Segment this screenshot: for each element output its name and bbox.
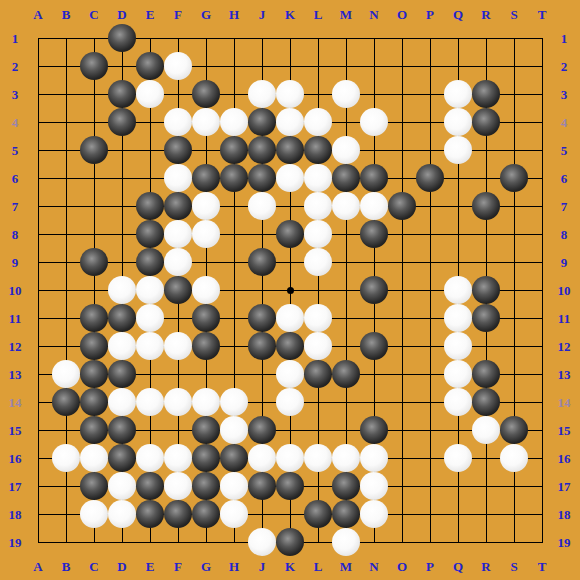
black-stone-d4[interactable] <box>108 108 136 136</box>
white-stone-k6[interactable] <box>276 164 304 192</box>
white-stone-q5[interactable] <box>444 136 472 164</box>
column-label-top-p: P <box>426 8 434 21</box>
row-label-right-5: 5 <box>561 144 568 157</box>
row-label-left-7: 7 <box>12 200 19 213</box>
white-stone-e16[interactable] <box>136 444 164 472</box>
white-stone-h4[interactable] <box>220 108 248 136</box>
row-label-right-18: 18 <box>558 508 571 521</box>
black-stone-k17[interactable] <box>276 472 304 500</box>
white-stone-q14[interactable] <box>444 388 472 416</box>
white-stone-e11[interactable] <box>136 304 164 332</box>
row-label-left-4: 4 <box>12 116 19 129</box>
black-stone-d16[interactable] <box>108 444 136 472</box>
white-stone-m16[interactable] <box>332 444 360 472</box>
black-stone-h16[interactable] <box>220 444 248 472</box>
black-stone-n10[interactable] <box>360 276 388 304</box>
black-stone-f18[interactable] <box>164 500 192 528</box>
column-label-bottom-j: J <box>259 560 266 573</box>
white-stone-j16[interactable] <box>248 444 276 472</box>
row-label-left-8: 8 <box>12 228 19 241</box>
column-label-top-c: C <box>89 8 98 21</box>
row-label-right-6: 6 <box>561 172 568 185</box>
black-stone-j9[interactable] <box>248 248 276 276</box>
white-stone-n17[interactable] <box>360 472 388 500</box>
black-stone-c2[interactable] <box>80 52 108 80</box>
black-stone-n6[interactable] <box>360 164 388 192</box>
white-stone-f16[interactable] <box>164 444 192 472</box>
white-stone-k4[interactable] <box>276 108 304 136</box>
black-stone-l5[interactable] <box>304 136 332 164</box>
column-label-bottom-k: K <box>285 560 295 573</box>
row-label-left-9: 9 <box>12 256 19 269</box>
black-stone-k12[interactable] <box>276 332 304 360</box>
black-stone-e17[interactable] <box>136 472 164 500</box>
black-stone-r3[interactable] <box>472 80 500 108</box>
black-stone-j4[interactable] <box>248 108 276 136</box>
black-stone-n15[interactable] <box>360 416 388 444</box>
column-label-bottom-g: G <box>201 560 211 573</box>
white-stone-f6[interactable] <box>164 164 192 192</box>
black-stone-e9[interactable] <box>136 248 164 276</box>
white-stone-c18[interactable] <box>80 500 108 528</box>
black-stone-g16[interactable] <box>192 444 220 472</box>
white-stone-q16[interactable] <box>444 444 472 472</box>
white-stone-d17[interactable] <box>108 472 136 500</box>
row-label-left-11: 11 <box>9 312 21 325</box>
row-label-left-13: 13 <box>9 368 22 381</box>
white-stone-g4[interactable] <box>192 108 220 136</box>
white-stone-g7[interactable] <box>192 192 220 220</box>
white-stone-f4[interactable] <box>164 108 192 136</box>
black-stone-f5[interactable] <box>164 136 192 164</box>
row-label-right-14: 14 <box>558 396 571 409</box>
column-label-top-f: F <box>174 8 182 21</box>
row-label-right-10: 10 <box>558 284 571 297</box>
column-label-bottom-m: M <box>340 560 352 573</box>
column-label-bottom-e: E <box>146 560 155 573</box>
black-stone-c12[interactable] <box>80 332 108 360</box>
row-label-right-19: 19 <box>558 536 571 549</box>
black-stone-g3[interactable] <box>192 80 220 108</box>
row-label-left-17: 17 <box>9 480 22 493</box>
white-stone-q11[interactable] <box>444 304 472 332</box>
white-stone-q13[interactable] <box>444 360 472 388</box>
row-label-left-3: 3 <box>12 88 19 101</box>
black-stone-c15[interactable] <box>80 416 108 444</box>
white-stone-m5[interactable] <box>332 136 360 164</box>
column-label-bottom-l: L <box>314 560 323 573</box>
column-label-bottom-t: T <box>538 560 547 573</box>
black-stone-l13[interactable] <box>304 360 332 388</box>
white-stone-r15[interactable] <box>472 416 500 444</box>
row-label-left-1: 1 <box>12 32 19 45</box>
row-label-right-8: 8 <box>561 228 568 241</box>
white-stone-f2[interactable] <box>164 52 192 80</box>
column-label-top-t: T <box>538 8 547 21</box>
black-stone-e7[interactable] <box>136 192 164 220</box>
column-label-bottom-f: F <box>174 560 182 573</box>
column-label-bottom-d: D <box>117 560 126 573</box>
black-stone-d13[interactable] <box>108 360 136 388</box>
row-label-left-10: 10 <box>9 284 22 297</box>
black-stone-l18[interactable] <box>304 500 332 528</box>
row-label-right-7: 7 <box>561 200 568 213</box>
black-stone-r10[interactable] <box>472 276 500 304</box>
white-stone-l9[interactable] <box>304 248 332 276</box>
white-stone-d18[interactable] <box>108 500 136 528</box>
row-label-left-19: 19 <box>9 536 22 549</box>
column-label-bottom-n: N <box>369 560 378 573</box>
black-stone-r11[interactable] <box>472 304 500 332</box>
white-stone-j3[interactable] <box>248 80 276 108</box>
row-label-left-14: 14 <box>9 396 22 409</box>
white-stone-n18[interactable] <box>360 500 388 528</box>
white-stone-l4[interactable] <box>304 108 332 136</box>
column-label-top-a: A <box>33 8 42 21</box>
row-label-right-13: 13 <box>558 368 571 381</box>
white-stone-c16[interactable] <box>80 444 108 472</box>
black-stone-f7[interactable] <box>164 192 192 220</box>
row-label-right-12: 12 <box>558 340 571 353</box>
grid-line-vertical <box>542 38 543 543</box>
black-stone-d11[interactable] <box>108 304 136 332</box>
column-label-top-n: N <box>369 8 378 21</box>
black-stone-d3[interactable] <box>108 80 136 108</box>
black-stone-e18[interactable] <box>136 500 164 528</box>
white-stone-l11[interactable] <box>304 304 332 332</box>
black-stone-m13[interactable] <box>332 360 360 388</box>
black-stone-r14[interactable] <box>472 388 500 416</box>
column-label-bottom-p: P <box>426 560 434 573</box>
black-stone-j15[interactable] <box>248 416 276 444</box>
white-stone-k16[interactable] <box>276 444 304 472</box>
white-stone-l8[interactable] <box>304 220 332 248</box>
white-stone-e10[interactable] <box>136 276 164 304</box>
black-stone-o7[interactable] <box>388 192 416 220</box>
star-point-k10 <box>287 287 294 294</box>
white-stone-l16[interactable] <box>304 444 332 472</box>
black-stone-m17[interactable] <box>332 472 360 500</box>
black-stone-r13[interactable] <box>472 360 500 388</box>
black-stone-d15[interactable] <box>108 416 136 444</box>
white-stone-e12[interactable] <box>136 332 164 360</box>
black-stone-n12[interactable] <box>360 332 388 360</box>
white-stone-h17[interactable] <box>220 472 248 500</box>
white-stone-f14[interactable] <box>164 388 192 416</box>
black-stone-s15[interactable] <box>500 416 528 444</box>
black-stone-c11[interactable] <box>80 304 108 332</box>
column-label-bottom-h: H <box>229 560 239 573</box>
white-stone-n4[interactable] <box>360 108 388 136</box>
white-stone-k11[interactable] <box>276 304 304 332</box>
column-label-top-s: S <box>510 8 517 21</box>
row-label-left-18: 18 <box>9 508 22 521</box>
black-stone-e2[interactable] <box>136 52 164 80</box>
row-label-right-15: 15 <box>558 424 571 437</box>
column-label-bottom-a: A <box>33 560 42 573</box>
white-stone-g14[interactable] <box>192 388 220 416</box>
black-stone-g6[interactable] <box>192 164 220 192</box>
row-label-left-12: 12 <box>9 340 22 353</box>
white-stone-s16[interactable] <box>500 444 528 472</box>
row-label-left-16: 16 <box>9 452 22 465</box>
black-stone-e8[interactable] <box>136 220 164 248</box>
black-stone-h5[interactable] <box>220 136 248 164</box>
white-stone-d12[interactable] <box>108 332 136 360</box>
white-stone-m3[interactable] <box>332 80 360 108</box>
white-stone-l7[interactable] <box>304 192 332 220</box>
row-label-right-17: 17 <box>558 480 571 493</box>
white-stone-k3[interactable] <box>276 80 304 108</box>
black-stone-j12[interactable] <box>248 332 276 360</box>
row-label-left-6: 6 <box>12 172 19 185</box>
white-stone-g10[interactable] <box>192 276 220 304</box>
column-label-bottom-o: O <box>397 560 407 573</box>
column-label-bottom-b: B <box>62 560 71 573</box>
column-label-bottom-c: C <box>89 560 98 573</box>
white-stone-q12[interactable] <box>444 332 472 360</box>
black-stone-c5[interactable] <box>80 136 108 164</box>
black-stone-c9[interactable] <box>80 248 108 276</box>
black-stone-j11[interactable] <box>248 304 276 332</box>
column-label-top-g: G <box>201 8 211 21</box>
black-stone-m6[interactable] <box>332 164 360 192</box>
black-stone-k5[interactable] <box>276 136 304 164</box>
black-stone-f10[interactable] <box>164 276 192 304</box>
white-stone-e3[interactable] <box>136 80 164 108</box>
white-stone-h15[interactable] <box>220 416 248 444</box>
column-label-top-j: J <box>259 8 266 21</box>
go-board-screenshot: AABBCCDDEEFFGGHHJJKKLLMMNNOOPPQQRRSSTT11… <box>0 0 580 580</box>
column-label-top-r: R <box>481 8 490 21</box>
row-label-left-5: 5 <box>12 144 19 157</box>
row-label-left-2: 2 <box>12 60 19 73</box>
column-label-top-h: H <box>229 8 239 21</box>
column-label-top-l: L <box>314 8 323 21</box>
black-stone-n8[interactable] <box>360 220 388 248</box>
black-stone-g11[interactable] <box>192 304 220 332</box>
white-stone-n7[interactable] <box>360 192 388 220</box>
white-stone-q10[interactable] <box>444 276 472 304</box>
black-stone-j5[interactable] <box>248 136 276 164</box>
black-stone-k19[interactable] <box>276 528 304 556</box>
black-stone-j17[interactable] <box>248 472 276 500</box>
row-label-right-2: 2 <box>561 60 568 73</box>
row-label-right-9: 9 <box>561 256 568 269</box>
white-stone-h18[interactable] <box>220 500 248 528</box>
white-stone-b13[interactable] <box>52 360 80 388</box>
white-stone-k13[interactable] <box>276 360 304 388</box>
white-stone-l6[interactable] <box>304 164 332 192</box>
black-stone-c14[interactable] <box>80 388 108 416</box>
column-label-top-e: E <box>146 8 155 21</box>
column-label-top-m: M <box>340 8 352 21</box>
column-label-top-o: O <box>397 8 407 21</box>
row-label-right-3: 3 <box>561 88 568 101</box>
white-stone-m7[interactable] <box>332 192 360 220</box>
black-stone-b14[interactable] <box>52 388 80 416</box>
white-stone-g8[interactable] <box>192 220 220 248</box>
black-stone-c17[interactable] <box>80 472 108 500</box>
grid-line-vertical <box>430 38 431 543</box>
white-stone-d10[interactable] <box>108 276 136 304</box>
black-stone-j6[interactable] <box>248 164 276 192</box>
black-stone-g18[interactable] <box>192 500 220 528</box>
white-stone-e14[interactable] <box>136 388 164 416</box>
column-label-top-k: K <box>285 8 295 21</box>
row-label-right-4: 4 <box>561 116 568 129</box>
white-stone-h14[interactable] <box>220 388 248 416</box>
column-label-top-b: B <box>62 8 71 21</box>
white-stone-q3[interactable] <box>444 80 472 108</box>
white-stone-m19[interactable] <box>332 528 360 556</box>
black-stone-p6[interactable] <box>416 164 444 192</box>
white-stone-f9[interactable] <box>164 248 192 276</box>
black-stone-g15[interactable] <box>192 416 220 444</box>
black-stone-d1[interactable] <box>108 24 136 52</box>
white-stone-f8[interactable] <box>164 220 192 248</box>
row-label-right-1: 1 <box>561 32 568 45</box>
black-stone-k8[interactable] <box>276 220 304 248</box>
white-stone-n16[interactable] <box>360 444 388 472</box>
black-stone-c13[interactable] <box>80 360 108 388</box>
row-label-right-16: 16 <box>558 452 571 465</box>
column-label-top-q: Q <box>453 8 463 21</box>
black-stone-g17[interactable] <box>192 472 220 500</box>
white-stone-f12[interactable] <box>164 332 192 360</box>
black-stone-s6[interactable] <box>500 164 528 192</box>
black-stone-m18[interactable] <box>332 500 360 528</box>
white-stone-d14[interactable] <box>108 388 136 416</box>
column-label-bottom-r: R <box>481 560 490 573</box>
white-stone-l12[interactable] <box>304 332 332 360</box>
white-stone-j19[interactable] <box>248 528 276 556</box>
black-stone-r4[interactable] <box>472 108 500 136</box>
black-stone-r7[interactable] <box>472 192 500 220</box>
white-stone-q4[interactable] <box>444 108 472 136</box>
column-label-bottom-q: Q <box>453 560 463 573</box>
grid-line-vertical <box>402 38 403 543</box>
row-label-right-11: 11 <box>558 312 570 325</box>
column-label-top-d: D <box>117 8 126 21</box>
white-stone-b16[interactable] <box>52 444 80 472</box>
white-stone-j7[interactable] <box>248 192 276 220</box>
white-stone-f17[interactable] <box>164 472 192 500</box>
row-label-left-15: 15 <box>9 424 22 437</box>
black-stone-g12[interactable] <box>192 332 220 360</box>
black-stone-h6[interactable] <box>220 164 248 192</box>
white-stone-k14[interactable] <box>276 388 304 416</box>
column-label-bottom-s: S <box>510 560 517 573</box>
